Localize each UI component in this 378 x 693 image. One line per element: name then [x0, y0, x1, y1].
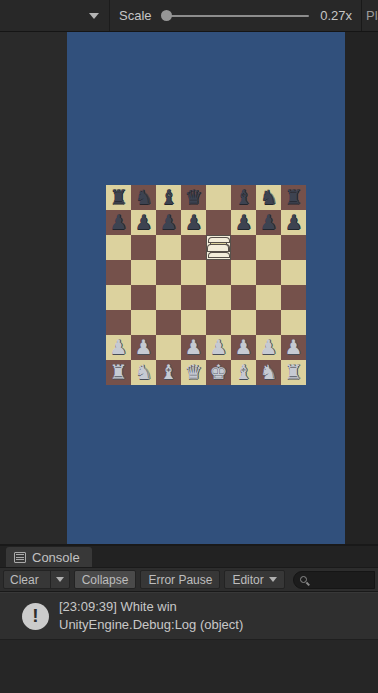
- square-b3[interactable]: [131, 310, 156, 335]
- square-f1[interactable]: ♝: [231, 360, 256, 385]
- square-a3[interactable]: [106, 310, 131, 335]
- square-h1[interactable]: ♜: [281, 360, 306, 385]
- console-search[interactable]: [293, 571, 375, 589]
- square-g3[interactable]: [256, 310, 281, 335]
- white-q-piece: ♛: [185, 360, 203, 385]
- square-c3[interactable]: [156, 310, 181, 335]
- search-icon: [300, 576, 307, 583]
- square-e6[interactable]: [206, 235, 231, 260]
- square-f4[interactable]: [231, 285, 256, 310]
- square-e1[interactable]: ♚: [206, 360, 231, 385]
- black-p-piece: ♟: [135, 210, 153, 235]
- white-r-piece: ♜: [110, 360, 128, 385]
- black-b-piece: ♝: [160, 185, 178, 210]
- clear-dropdown[interactable]: [50, 571, 69, 588]
- collapse-label: Collapse: [82, 573, 129, 587]
- square-e8[interactable]: [206, 185, 231, 210]
- white-p-piece: ♟: [185, 335, 203, 360]
- square-h8[interactable]: ♜: [281, 185, 306, 210]
- play-focused-label: Pla: [366, 8, 378, 23]
- slider-track[interactable]: [167, 15, 310, 17]
- black-r-piece: ♜: [285, 185, 303, 210]
- console-log-area: ! [23:09:39] White win UnityEngine.Debug…: [0, 592, 378, 693]
- square-a5[interactable]: [106, 260, 131, 285]
- square-g2[interactable]: ♟: [256, 335, 281, 360]
- square-b5[interactable]: [131, 260, 156, 285]
- white-r-piece: ♜: [285, 360, 303, 385]
- black-r-piece: ♜: [110, 185, 128, 210]
- square-g5[interactable]: [256, 260, 281, 285]
- square-h5[interactable]: [281, 260, 306, 285]
- square-g7[interactable]: ♟: [256, 210, 281, 235]
- log-text: [23:09:39] White win UnityEngine.Debug:L…: [59, 598, 243, 634]
- square-h7[interactable]: ♟: [281, 210, 306, 235]
- square-c2[interactable]: [156, 335, 181, 360]
- square-d7[interactable]: ♟: [181, 210, 206, 235]
- black-p-piece: ♟: [260, 210, 278, 235]
- log-entry[interactable]: ! [23:09:39] White win UnityEngine.Debug…: [0, 592, 378, 640]
- clear-button[interactable]: Clear: [3, 570, 70, 589]
- console-tabbar: Console: [0, 544, 378, 567]
- square-f5[interactable]: [231, 260, 256, 285]
- square-d6[interactable]: [181, 235, 206, 260]
- square-e5[interactable]: [206, 260, 231, 285]
- search-input[interactable]: [312, 573, 368, 587]
- square-d1[interactable]: ♛: [181, 360, 206, 385]
- console-panel: Console Clear Collapse Error Pause Edito…: [0, 544, 378, 693]
- error-pause-button[interactable]: Error Pause: [140, 570, 220, 589]
- chevron-down-icon: [56, 577, 64, 582]
- square-e4[interactable]: [206, 285, 231, 310]
- white-p-piece: ♟: [285, 335, 303, 360]
- square-d4[interactable]: [181, 285, 206, 310]
- square-h2[interactable]: ♟: [281, 335, 306, 360]
- editor-dropdown-button[interactable]: Editor: [224, 570, 284, 589]
- error-pause-label: Error Pause: [148, 573, 212, 587]
- log-message-icon: !: [22, 603, 49, 630]
- white-p-piece: ♟: [260, 335, 278, 360]
- square-b6[interactable]: [131, 235, 156, 260]
- scale-value: 0.27x: [320, 8, 352, 23]
- white-b-piece: ♝: [235, 360, 253, 385]
- square-c4[interactable]: [156, 285, 181, 310]
- white-n-piece: ♞: [135, 360, 153, 385]
- white-k-piece: ♚: [210, 360, 228, 385]
- square-d3[interactable]: [181, 310, 206, 335]
- square-f8[interactable]: ♝: [231, 185, 256, 210]
- white-p-piece: ♟: [235, 335, 253, 360]
- square-a4[interactable]: [106, 285, 131, 310]
- square-h3[interactable]: [281, 310, 306, 335]
- white-p-piece: ♟: [135, 335, 153, 360]
- black-n-piece: ♞: [135, 185, 153, 210]
- scale-slider[interactable]: [161, 9, 312, 23]
- black-p-piece: ♟: [235, 210, 253, 235]
- square-g6[interactable]: [256, 235, 281, 260]
- square-a2[interactable]: ♟: [106, 335, 131, 360]
- play-focused-clipped[interactable]: Pla: [361, 0, 378, 31]
- chevron-down-icon: [269, 577, 277, 582]
- square-g1[interactable]: ♞: [256, 360, 281, 385]
- square-b7[interactable]: ♟: [131, 210, 156, 235]
- square-a1[interactable]: ♜: [106, 360, 131, 385]
- white-p-piece: ♟: [110, 335, 128, 360]
- selection-cursor: [207, 236, 230, 259]
- editor-label: Editor: [232, 573, 263, 587]
- square-a6[interactable]: [106, 235, 131, 260]
- scale-control: Scale 0.27x: [110, 0, 361, 31]
- black-p-piece: ♟: [160, 210, 178, 235]
- square-b4[interactable]: [131, 285, 156, 310]
- black-b-piece: ♝: [235, 185, 253, 210]
- square-b8[interactable]: ♞: [131, 185, 156, 210]
- square-f7[interactable]: ♟: [231, 210, 256, 235]
- square-d2[interactable]: ♟: [181, 335, 206, 360]
- square-d8[interactable]: ♛: [181, 185, 206, 210]
- game-view: ♜♞♝♛♝♞♜♟♟♟♟♟♟♟♟♟♟♟♟♟♟♜♞♝♛♚♝♞♜: [0, 32, 378, 544]
- square-a8[interactable]: ♜: [106, 185, 131, 210]
- square-e7[interactable]: [206, 210, 231, 235]
- console-list-icon: [14, 552, 26, 563]
- square-c7[interactable]: ♟: [156, 210, 181, 235]
- game-view-toolbar: Scale 0.27x Pla: [0, 0, 378, 32]
- console-toolbar: Clear Collapse Error Pause Editor: [0, 567, 378, 592]
- square-b1[interactable]: ♞: [131, 360, 156, 385]
- black-p-piece: ♟: [110, 210, 128, 235]
- black-p-piece: ♟: [185, 210, 203, 235]
- chevron-down-icon: [89, 13, 99, 19]
- square-h6[interactable]: [281, 235, 306, 260]
- chess-board: ♜♞♝♛♝♞♜♟♟♟♟♟♟♟♟♟♟♟♟♟♟♜♞♝♛♚♝♞♜: [106, 185, 306, 385]
- aspect-dropdown[interactable]: [0, 0, 110, 31]
- square-c6[interactable]: [156, 235, 181, 260]
- square-b2[interactable]: ♟: [131, 335, 156, 360]
- left-gutter: [0, 32, 67, 544]
- clear-label: Clear: [4, 573, 45, 587]
- square-d5[interactable]: [181, 260, 206, 285]
- white-p-piece: ♟: [210, 335, 228, 360]
- square-f2[interactable]: ♟: [231, 335, 256, 360]
- square-f3[interactable]: [231, 310, 256, 335]
- log-line1: [23:09:39] White win: [59, 598, 243, 616]
- black-p-piece: ♟: [285, 210, 303, 235]
- square-g8[interactable]: ♞: [256, 185, 281, 210]
- game-viewport: ♜♞♝♛♝♞♜♟♟♟♟♟♟♟♟♟♟♟♟♟♟♜♞♝♛♚♝♞♜: [67, 32, 345, 544]
- console-tab-label: Console: [32, 550, 80, 565]
- collapse-button[interactable]: Collapse: [74, 570, 137, 589]
- square-c1[interactable]: ♝: [156, 360, 181, 385]
- log-line2: UnityEngine.Debug:Log (object): [59, 616, 243, 634]
- white-b-piece: ♝: [160, 360, 178, 385]
- white-n-piece: ♞: [260, 360, 278, 385]
- square-e2[interactable]: ♟: [206, 335, 231, 360]
- right-gutter: [345, 32, 378, 544]
- black-n-piece: ♞: [260, 185, 278, 210]
- slider-knob[interactable]: [161, 10, 172, 21]
- square-c8[interactable]: ♝: [156, 185, 181, 210]
- square-e3[interactable]: [206, 310, 231, 335]
- square-g4[interactable]: [256, 285, 281, 310]
- square-h4[interactable]: [281, 285, 306, 310]
- square-c5[interactable]: [156, 260, 181, 285]
- square-a7[interactable]: ♟: [106, 210, 131, 235]
- black-q-piece: ♛: [185, 185, 203, 210]
- scale-label: Scale: [119, 8, 152, 23]
- tab-console[interactable]: Console: [6, 547, 92, 567]
- square-f6[interactable]: [231, 235, 256, 260]
